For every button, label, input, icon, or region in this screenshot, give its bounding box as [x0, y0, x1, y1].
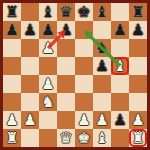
square-e2[interactable]: ♟	[75, 111, 93, 129]
piece-black-pawn: ♟	[93, 57, 111, 75]
square-h4[interactable]	[129, 75, 147, 93]
square-g1[interactable]	[111, 129, 129, 147]
piece-black-pawn: ♟	[39, 21, 57, 39]
square-c6[interactable]: ♟	[39, 39, 57, 57]
piece-white-pawn: ♟	[75, 111, 93, 129]
square-a4[interactable]	[3, 75, 21, 93]
square-g6[interactable]	[111, 39, 129, 57]
square-c3[interactable]: ♞	[39, 93, 57, 111]
square-d7[interactable]: ♟	[57, 21, 75, 39]
square-f2[interactable]: ♟	[93, 111, 111, 129]
piece-black-pawn: ♟	[111, 21, 129, 39]
square-a1[interactable]: ♜	[3, 129, 21, 147]
square-f3[interactable]	[93, 93, 111, 111]
square-d2[interactable]	[57, 111, 75, 129]
square-c7[interactable]: ♟	[39, 21, 57, 39]
piece-white-pawn: ♟	[3, 111, 21, 129]
square-e6[interactable]	[75, 39, 93, 57]
square-g7[interactable]: ♟	[111, 21, 129, 39]
square-c4[interactable]: ♟	[39, 75, 57, 93]
piece-black-pawn: ♟	[21, 21, 39, 39]
square-a3[interactable]	[3, 93, 21, 111]
piece-white-pawn: ♟	[39, 75, 57, 93]
square-a8[interactable]: ♜	[3, 3, 21, 21]
piece-white-pawn: ♟	[39, 39, 57, 57]
square-d3[interactable]	[57, 93, 75, 111]
square-f6[interactable]: ♞	[93, 39, 111, 57]
square-h2[interactable]: ♟	[129, 111, 147, 129]
square-e1[interactable]: ♚	[75, 129, 93, 147]
piece-black-pawn: ♟	[57, 21, 75, 39]
board-frame: ♜♝♛♚♝♜♟♟♟♟♟♟♟♞♟♝♟♞♟♟♟♟♟♟♜♛♚♝♜	[0, 0, 150, 150]
square-e5[interactable]	[75, 57, 93, 75]
piece-black-queen: ♛	[57, 3, 75, 21]
square-f8[interactable]: ♝	[93, 3, 111, 21]
piece-white-queen: ♛	[57, 129, 75, 147]
square-d4[interactable]	[57, 75, 75, 93]
square-d6[interactable]	[57, 39, 75, 57]
square-b5[interactable]	[21, 57, 39, 75]
piece-black-rook: ♜	[129, 3, 147, 21]
square-h5[interactable]	[129, 57, 147, 75]
square-h7[interactable]: ♟	[129, 21, 147, 39]
piece-black-pawn: ♟	[111, 111, 129, 129]
square-e7[interactable]	[75, 21, 93, 39]
square-c1[interactable]	[39, 129, 57, 147]
square-g3[interactable]	[111, 93, 129, 111]
piece-black-pawn: ♟	[129, 21, 147, 39]
square-h3[interactable]	[129, 93, 147, 111]
square-g2[interactable]: ♟	[111, 111, 129, 129]
piece-black-knight: ♞	[93, 39, 111, 57]
square-a2[interactable]: ♟	[3, 111, 21, 129]
piece-black-rook: ♜	[3, 3, 21, 21]
piece-white-king: ♚	[75, 129, 93, 147]
square-b1[interactable]	[21, 129, 39, 147]
square-e3[interactable]	[75, 93, 93, 111]
piece-white-pawn: ♟	[21, 111, 39, 129]
square-a7[interactable]: ♟	[3, 21, 21, 39]
square-d1[interactable]: ♛	[57, 129, 75, 147]
square-b7[interactable]: ♟	[21, 21, 39, 39]
piece-white-rook: ♜	[3, 129, 21, 147]
piece-white-rook: ♜	[129, 129, 147, 147]
square-e8[interactable]: ♚	[75, 3, 93, 21]
square-d8[interactable]: ♛	[57, 3, 75, 21]
square-h6[interactable]	[129, 39, 147, 57]
square-h1[interactable]: ♜	[129, 129, 147, 147]
chessboard: ♜♝♛♚♝♜♟♟♟♟♟♟♟♞♟♝♟♞♟♟♟♟♟♟♜♛♚♝♜	[3, 3, 147, 147]
square-b8[interactable]	[21, 3, 39, 21]
square-b2[interactable]: ♟	[21, 111, 39, 129]
square-g5[interactable]: ♝	[111, 57, 129, 75]
square-b6[interactable]	[21, 39, 39, 57]
piece-black-bishop: ♝	[39, 3, 57, 21]
piece-white-bishop: ♝	[93, 129, 111, 147]
piece-white-knight: ♞	[39, 93, 57, 111]
square-a6[interactable]	[3, 39, 21, 57]
square-f4[interactable]	[93, 75, 111, 93]
square-b3[interactable]	[21, 93, 39, 111]
piece-white-pawn: ♟	[129, 111, 147, 129]
square-c8[interactable]: ♝	[39, 3, 57, 21]
square-e4[interactable]	[75, 75, 93, 93]
piece-black-bishop: ♝	[93, 3, 111, 21]
square-g4[interactable]	[111, 75, 129, 93]
square-f5[interactable]: ♟	[93, 57, 111, 75]
square-b4[interactable]	[21, 75, 39, 93]
square-f1[interactable]: ♝	[93, 129, 111, 147]
piece-white-pawn: ♟	[93, 111, 111, 129]
square-d5[interactable]	[57, 57, 75, 75]
piece-black-pawn: ♟	[3, 21, 21, 39]
square-c2[interactable]	[39, 111, 57, 129]
square-g8[interactable]	[111, 3, 129, 21]
piece-black-king: ♚	[75, 3, 93, 21]
piece-white-bishop: ♝	[111, 57, 129, 75]
square-h8[interactable]: ♜	[129, 3, 147, 21]
square-c5[interactable]	[39, 57, 57, 75]
square-f7[interactable]	[93, 21, 111, 39]
square-a5[interactable]	[3, 57, 21, 75]
